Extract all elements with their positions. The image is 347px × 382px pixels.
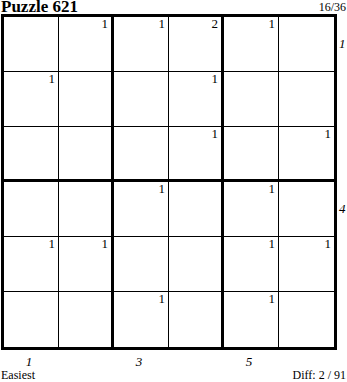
grid-cell-r3c3[interactable] [114, 127, 169, 182]
grid-cell-r4c4[interactable] [169, 182, 224, 237]
clue-number: 1 [325, 237, 332, 250]
grid-cell-r5c4[interactable] [169, 237, 224, 292]
puzzle-grid: 1121111111111111 [1, 14, 337, 350]
clue-number: 1 [269, 292, 276, 305]
grid-cell-r1c1[interactable] [4, 17, 59, 72]
clue-number: 1 [325, 127, 332, 140]
grid-cell-r3c1[interactable] [4, 127, 59, 182]
grid-cell-r3c6[interactable]: 1 [279, 127, 334, 182]
grid-cell-r5c5[interactable]: 1 [224, 237, 279, 292]
grid-cell-r2c2[interactable] [59, 72, 114, 127]
grid-cell-r5c1[interactable]: 1 [4, 237, 59, 292]
col-label-1: 1 [26, 355, 33, 369]
col-label-5: 5 [246, 355, 253, 369]
clue-number: 1 [159, 182, 166, 195]
grid-cell-r4c3[interactable]: 1 [114, 182, 169, 237]
grid-cell-r1c4[interactable]: 2 [169, 17, 224, 72]
grid-cell-r6c2[interactable] [59, 292, 114, 347]
grid-cell-r1c5[interactable]: 1 [224, 17, 279, 72]
clue-counter: 16/36 [319, 1, 346, 13]
grid-cell-r6c4[interactable] [169, 292, 224, 347]
clue-number: 1 [269, 17, 276, 30]
grid-cell-r6c1[interactable] [4, 292, 59, 347]
clue-number: 1 [212, 72, 219, 85]
page-title: Puzzle 621 [1, 0, 78, 15]
clue-number: 1 [212, 127, 219, 140]
grid-cell-r2c3[interactable] [114, 72, 169, 127]
grid-cell-r4c2[interactable] [59, 182, 114, 237]
puzzle-page: Puzzle 621 16/36 1121111111111111 Easies… [0, 0, 347, 382]
grid-cell-r6c3[interactable]: 1 [114, 292, 169, 347]
diff-score-label: Diff: 2 / 91 [293, 369, 346, 381]
grid-cell-r3c2[interactable] [59, 127, 114, 182]
clue-number: 1 [49, 72, 56, 85]
grid-cell-r6c5[interactable]: 1 [224, 292, 279, 347]
grid-cell-r5c3[interactable] [114, 237, 169, 292]
row-label-1: 1 [339, 36, 346, 52]
grid-cell-r5c6[interactable]: 1 [279, 237, 334, 292]
grid-cell-r4c6[interactable] [279, 182, 334, 237]
grid-cell-r2c4[interactable]: 1 [169, 72, 224, 127]
clue-number: 2 [212, 17, 219, 30]
clue-number: 1 [159, 17, 166, 30]
grid-cell-r4c1[interactable] [4, 182, 59, 237]
grid-cell-r3c5[interactable] [224, 127, 279, 182]
grid-cell-r2c5[interactable] [224, 72, 279, 127]
grid-cell-r2c1[interactable]: 1 [4, 72, 59, 127]
row-label-4: 4 [339, 201, 346, 217]
clue-number: 1 [102, 237, 109, 250]
clue-number: 1 [159, 292, 166, 305]
grid-cell-r4c5[interactable]: 1 [224, 182, 279, 237]
clue-number: 1 [269, 182, 276, 195]
grid-cell-r5c2[interactable]: 1 [59, 237, 114, 292]
grid-cell-r3c4[interactable]: 1 [169, 127, 224, 182]
clue-number: 1 [102, 17, 109, 30]
col-label-3: 3 [136, 355, 143, 369]
difficulty-label: Easiest [1, 369, 35, 381]
grid-cell-r1c3[interactable]: 1 [114, 17, 169, 72]
clue-number: 1 [49, 237, 56, 250]
grid-cell-r1c6[interactable] [279, 17, 334, 72]
grid-cell-r2c6[interactable] [279, 72, 334, 127]
clue-number: 1 [269, 237, 276, 250]
grid-cell-r1c2[interactable]: 1 [59, 17, 114, 72]
grid-cell-r6c6[interactable] [279, 292, 334, 347]
